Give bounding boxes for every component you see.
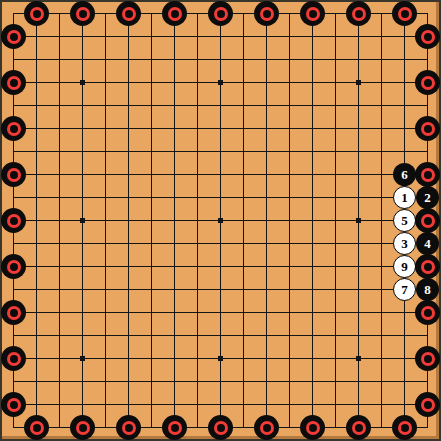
intersection[interactable] — [94, 393, 117, 416]
intersection[interactable] — [140, 209, 163, 232]
intersection[interactable] — [232, 278, 255, 301]
intersection[interactable] — [393, 2, 416, 25]
intersection[interactable] — [324, 209, 347, 232]
intersection[interactable] — [186, 347, 209, 370]
intersection[interactable] — [117, 416, 140, 439]
intersection[interactable] — [186, 255, 209, 278]
intersection[interactable] — [48, 209, 71, 232]
intersection[interactable] — [186, 25, 209, 48]
marked-black-stone[interactable] — [415, 116, 440, 141]
intersection[interactable] — [140, 301, 163, 324]
intersection[interactable] — [232, 25, 255, 48]
intersection[interactable] — [370, 25, 393, 48]
intersection[interactable] — [416, 370, 439, 393]
intersection[interactable] — [232, 209, 255, 232]
intersection[interactable] — [140, 48, 163, 71]
marked-black-stone[interactable] — [415, 208, 440, 233]
intersection[interactable]: 4 — [416, 232, 439, 255]
intersection[interactable] — [301, 163, 324, 186]
intersection[interactable] — [25, 255, 48, 278]
marked-black-stone[interactable] — [116, 1, 141, 26]
intersection[interactable] — [117, 25, 140, 48]
intersection[interactable] — [25, 48, 48, 71]
intersection[interactable] — [393, 301, 416, 324]
intersection[interactable] — [25, 2, 48, 25]
intersection[interactable] — [278, 232, 301, 255]
intersection[interactable] — [324, 393, 347, 416]
intersection[interactable] — [186, 94, 209, 117]
intersection[interactable] — [255, 94, 278, 117]
intersection[interactable] — [94, 347, 117, 370]
intersection[interactable] — [117, 232, 140, 255]
intersection[interactable] — [48, 370, 71, 393]
intersection[interactable] — [117, 117, 140, 140]
intersection[interactable] — [71, 48, 94, 71]
intersection[interactable] — [324, 163, 347, 186]
intersection[interactable] — [140, 186, 163, 209]
intersection[interactable] — [209, 25, 232, 48]
intersection[interactable] — [140, 232, 163, 255]
intersection[interactable] — [94, 370, 117, 393]
intersection[interactable] — [278, 117, 301, 140]
intersection[interactable] — [232, 255, 255, 278]
marked-black-stone[interactable] — [116, 415, 141, 440]
intersection[interactable] — [301, 209, 324, 232]
intersection[interactable] — [2, 48, 25, 71]
intersection[interactable] — [416, 71, 439, 94]
black-stone[interactable]: 2 — [416, 186, 439, 209]
intersection[interactable] — [48, 140, 71, 163]
intersection[interactable] — [25, 370, 48, 393]
intersection[interactable] — [163, 209, 186, 232]
intersection[interactable] — [255, 347, 278, 370]
intersection[interactable] — [393, 94, 416, 117]
intersection[interactable] — [209, 48, 232, 71]
intersection[interactable] — [117, 186, 140, 209]
intersection[interactable] — [71, 324, 94, 347]
intersection[interactable] — [140, 117, 163, 140]
intersection[interactable] — [25, 301, 48, 324]
intersection[interactable] — [347, 94, 370, 117]
intersection[interactable] — [71, 232, 94, 255]
intersection[interactable] — [370, 117, 393, 140]
intersection[interactable] — [186, 71, 209, 94]
intersection[interactable] — [163, 25, 186, 48]
intersection[interactable] — [48, 94, 71, 117]
black-stone[interactable]: 4 — [416, 232, 439, 255]
intersection[interactable] — [117, 163, 140, 186]
intersection[interactable] — [71, 2, 94, 25]
intersection[interactable] — [301, 2, 324, 25]
intersection[interactable] — [48, 186, 71, 209]
intersection[interactable] — [255, 370, 278, 393]
intersection[interactable] — [163, 416, 186, 439]
intersection[interactable] — [94, 186, 117, 209]
black-stone[interactable]: 6 — [393, 163, 416, 186]
intersection[interactable] — [232, 347, 255, 370]
intersection[interactable] — [370, 301, 393, 324]
intersection[interactable] — [347, 393, 370, 416]
intersection[interactable] — [301, 278, 324, 301]
intersection[interactable] — [278, 370, 301, 393]
marked-black-stone[interactable] — [1, 116, 26, 141]
intersection[interactable] — [416, 255, 439, 278]
intersection[interactable] — [209, 393, 232, 416]
intersection[interactable] — [140, 25, 163, 48]
marked-black-stone[interactable] — [1, 392, 26, 417]
intersection[interactable] — [370, 393, 393, 416]
intersection[interactable] — [186, 117, 209, 140]
intersection[interactable] — [117, 71, 140, 94]
intersection[interactable] — [324, 255, 347, 278]
marked-black-stone[interactable] — [415, 24, 440, 49]
intersection[interactable] — [347, 209, 370, 232]
marked-black-stone[interactable] — [24, 415, 49, 440]
intersection[interactable] — [278, 278, 301, 301]
intersection[interactable] — [94, 2, 117, 25]
intersection[interactable] — [347, 347, 370, 370]
intersection[interactable] — [301, 232, 324, 255]
intersection[interactable] — [209, 209, 232, 232]
white-stone[interactable]: 5 — [393, 209, 416, 232]
intersection[interactable]: 5 — [393, 209, 416, 232]
marked-black-stone[interactable] — [415, 162, 440, 187]
intersection[interactable] — [186, 416, 209, 439]
intersection[interactable] — [209, 278, 232, 301]
intersection[interactable] — [2, 2, 25, 25]
intersection[interactable] — [278, 94, 301, 117]
intersection[interactable] — [393, 48, 416, 71]
intersection[interactable] — [370, 2, 393, 25]
intersection[interactable] — [347, 255, 370, 278]
intersection[interactable] — [163, 324, 186, 347]
intersection[interactable] — [71, 140, 94, 163]
intersection[interactable] — [393, 25, 416, 48]
intersection[interactable] — [393, 370, 416, 393]
intersection[interactable] — [347, 117, 370, 140]
intersection[interactable] — [278, 301, 301, 324]
marked-black-stone[interactable] — [415, 70, 440, 95]
intersection[interactable] — [232, 117, 255, 140]
intersection[interactable] — [324, 140, 347, 163]
intersection[interactable] — [255, 48, 278, 71]
intersection[interactable] — [163, 255, 186, 278]
intersection[interactable] — [163, 186, 186, 209]
intersection[interactable] — [370, 48, 393, 71]
intersection[interactable] — [278, 255, 301, 278]
intersection[interactable] — [48, 25, 71, 48]
intersection[interactable] — [255, 186, 278, 209]
intersection[interactable] — [140, 2, 163, 25]
marked-black-stone[interactable] — [254, 415, 279, 440]
intersection[interactable] — [347, 186, 370, 209]
intersection[interactable] — [117, 94, 140, 117]
intersection[interactable] — [324, 2, 347, 25]
intersection[interactable] — [416, 94, 439, 117]
intersection[interactable] — [186, 393, 209, 416]
marked-black-stone[interactable] — [70, 1, 95, 26]
intersection[interactable] — [25, 71, 48, 94]
intersection[interactable] — [48, 301, 71, 324]
intersection[interactable] — [255, 255, 278, 278]
marked-black-stone[interactable] — [208, 415, 233, 440]
intersection[interactable] — [232, 71, 255, 94]
intersection[interactable] — [255, 416, 278, 439]
intersection[interactable] — [25, 94, 48, 117]
intersection[interactable] — [2, 347, 25, 370]
intersection[interactable] — [2, 25, 25, 48]
intersection[interactable] — [186, 163, 209, 186]
white-stone[interactable]: 1 — [393, 186, 416, 209]
intersection[interactable] — [301, 186, 324, 209]
marked-black-stone[interactable] — [1, 254, 26, 279]
intersection[interactable] — [2, 370, 25, 393]
intersection[interactable] — [209, 416, 232, 439]
intersection[interactable] — [324, 301, 347, 324]
marked-black-stone[interactable] — [415, 300, 440, 325]
intersection[interactable] — [117, 278, 140, 301]
intersection[interactable] — [117, 255, 140, 278]
intersection[interactable] — [324, 94, 347, 117]
marked-black-stone[interactable] — [254, 1, 279, 26]
intersection[interactable] — [370, 278, 393, 301]
intersection[interactable] — [94, 209, 117, 232]
intersection[interactable] — [94, 255, 117, 278]
intersection[interactable] — [186, 209, 209, 232]
intersection[interactable] — [278, 324, 301, 347]
intersection[interactable] — [301, 347, 324, 370]
intersection[interactable] — [370, 370, 393, 393]
intersection[interactable] — [416, 163, 439, 186]
intersection[interactable] — [94, 416, 117, 439]
intersection[interactable] — [2, 140, 25, 163]
intersection[interactable] — [301, 25, 324, 48]
intersection[interactable] — [209, 2, 232, 25]
intersection[interactable] — [140, 347, 163, 370]
intersection[interactable] — [48, 347, 71, 370]
intersection[interactable] — [48, 255, 71, 278]
intersection[interactable] — [301, 255, 324, 278]
intersection[interactable] — [416, 347, 439, 370]
intersection[interactable] — [232, 48, 255, 71]
intersection[interactable] — [25, 278, 48, 301]
intersection[interactable]: 1 — [393, 186, 416, 209]
intersection[interactable] — [163, 393, 186, 416]
intersection[interactable] — [25, 209, 48, 232]
intersection[interactable] — [301, 416, 324, 439]
marked-black-stone[interactable] — [1, 300, 26, 325]
intersection[interactable] — [94, 71, 117, 94]
intersection[interactable] — [71, 186, 94, 209]
intersection[interactable] — [48, 48, 71, 71]
intersection[interactable] — [301, 117, 324, 140]
intersection[interactable] — [393, 416, 416, 439]
intersection[interactable] — [416, 117, 439, 140]
intersection[interactable] — [2, 209, 25, 232]
marked-black-stone[interactable] — [300, 415, 325, 440]
intersection[interactable] — [416, 393, 439, 416]
marked-black-stone[interactable] — [162, 415, 187, 440]
intersection[interactable] — [370, 255, 393, 278]
intersection[interactable] — [140, 140, 163, 163]
intersection[interactable] — [278, 2, 301, 25]
black-stone[interactable]: 8 — [416, 278, 439, 301]
intersection[interactable] — [324, 278, 347, 301]
intersection[interactable]: 2 — [416, 186, 439, 209]
intersection[interactable] — [324, 232, 347, 255]
intersection[interactable] — [255, 2, 278, 25]
intersection[interactable] — [278, 48, 301, 71]
intersection[interactable] — [255, 301, 278, 324]
marked-black-stone[interactable] — [162, 1, 187, 26]
intersection[interactable] — [209, 347, 232, 370]
intersection[interactable] — [25, 393, 48, 416]
intersection[interactable] — [301, 48, 324, 71]
intersection[interactable] — [117, 48, 140, 71]
intersection[interactable] — [186, 48, 209, 71]
intersection[interactable] — [278, 186, 301, 209]
marked-black-stone[interactable] — [1, 208, 26, 233]
intersection[interactable]: 8 — [416, 278, 439, 301]
intersection[interactable] — [232, 324, 255, 347]
intersection[interactable] — [278, 25, 301, 48]
intersection[interactable] — [2, 278, 25, 301]
intersection[interactable] — [347, 48, 370, 71]
intersection[interactable] — [117, 2, 140, 25]
intersection[interactable] — [186, 324, 209, 347]
intersection[interactable] — [370, 71, 393, 94]
intersection[interactable] — [347, 301, 370, 324]
intersection[interactable] — [232, 94, 255, 117]
intersection[interactable] — [71, 278, 94, 301]
intersection[interactable] — [94, 324, 117, 347]
intersection[interactable] — [48, 232, 71, 255]
intersection[interactable] — [163, 370, 186, 393]
intersection[interactable] — [278, 393, 301, 416]
intersection[interactable] — [370, 94, 393, 117]
intersection[interactable] — [48, 416, 71, 439]
intersection[interactable] — [324, 370, 347, 393]
intersection[interactable] — [48, 393, 71, 416]
intersection[interactable] — [186, 301, 209, 324]
intersection[interactable]: 3 — [393, 232, 416, 255]
marked-black-stone[interactable] — [1, 24, 26, 49]
intersection[interactable] — [117, 370, 140, 393]
marked-black-stone[interactable] — [392, 1, 417, 26]
intersection[interactable] — [347, 324, 370, 347]
intersection[interactable] — [117, 393, 140, 416]
intersection[interactable] — [48, 324, 71, 347]
white-stone[interactable]: 3 — [393, 232, 416, 255]
intersection[interactable] — [324, 71, 347, 94]
intersection[interactable] — [347, 416, 370, 439]
intersection[interactable] — [2, 393, 25, 416]
intersection[interactable] — [209, 232, 232, 255]
intersection[interactable] — [186, 278, 209, 301]
intersection[interactable] — [370, 232, 393, 255]
intersection[interactable] — [163, 232, 186, 255]
intersection[interactable] — [255, 278, 278, 301]
intersection[interactable] — [140, 71, 163, 94]
intersection[interactable] — [370, 324, 393, 347]
intersection[interactable] — [163, 163, 186, 186]
intersection[interactable] — [2, 416, 25, 439]
intersection[interactable] — [232, 370, 255, 393]
intersection[interactable] — [25, 416, 48, 439]
intersection[interactable] — [255, 117, 278, 140]
intersection[interactable] — [2, 117, 25, 140]
intersection[interactable] — [140, 255, 163, 278]
intersection[interactable] — [347, 370, 370, 393]
intersection[interactable] — [140, 163, 163, 186]
intersection[interactable] — [416, 416, 439, 439]
intersection[interactable] — [209, 163, 232, 186]
intersection[interactable] — [163, 117, 186, 140]
intersection[interactable] — [416, 2, 439, 25]
intersection[interactable]: 9 — [393, 255, 416, 278]
intersection[interactable] — [324, 48, 347, 71]
intersection[interactable] — [186, 186, 209, 209]
intersection[interactable] — [2, 255, 25, 278]
marked-black-stone[interactable] — [24, 1, 49, 26]
intersection[interactable] — [416, 48, 439, 71]
intersection[interactable] — [416, 25, 439, 48]
intersection[interactable] — [25, 140, 48, 163]
intersection[interactable] — [393, 71, 416, 94]
intersection[interactable] — [255, 393, 278, 416]
marked-black-stone[interactable] — [300, 1, 325, 26]
intersection[interactable] — [232, 163, 255, 186]
intersection[interactable] — [163, 48, 186, 71]
intersection[interactable] — [186, 2, 209, 25]
intersection[interactable] — [71, 370, 94, 393]
intersection[interactable] — [209, 301, 232, 324]
intersection[interactable] — [2, 186, 25, 209]
intersection[interactable] — [209, 117, 232, 140]
intersection[interactable] — [324, 416, 347, 439]
intersection[interactable]: 6 — [393, 163, 416, 186]
intersection[interactable] — [255, 140, 278, 163]
intersection[interactable] — [71, 255, 94, 278]
marked-black-stone[interactable] — [415, 392, 440, 417]
intersection[interactable] — [2, 94, 25, 117]
intersection[interactable] — [255, 71, 278, 94]
intersection[interactable] — [186, 140, 209, 163]
intersection[interactable] — [278, 140, 301, 163]
intersection[interactable] — [94, 25, 117, 48]
intersection[interactable] — [347, 232, 370, 255]
intersection[interactable] — [140, 416, 163, 439]
intersection[interactable] — [163, 94, 186, 117]
intersection[interactable] — [2, 324, 25, 347]
intersection[interactable] — [117, 324, 140, 347]
marked-black-stone[interactable] — [1, 162, 26, 187]
intersection[interactable] — [301, 301, 324, 324]
intersection[interactable] — [255, 163, 278, 186]
intersection[interactable] — [48, 163, 71, 186]
marked-black-stone[interactable] — [415, 254, 440, 279]
intersection[interactable] — [25, 232, 48, 255]
intersection[interactable] — [370, 186, 393, 209]
intersection[interactable] — [186, 370, 209, 393]
intersection[interactable] — [25, 186, 48, 209]
intersection[interactable] — [301, 393, 324, 416]
intersection[interactable] — [209, 186, 232, 209]
intersection[interactable] — [324, 324, 347, 347]
intersection[interactable] — [324, 117, 347, 140]
intersection[interactable] — [71, 25, 94, 48]
intersection[interactable] — [232, 393, 255, 416]
